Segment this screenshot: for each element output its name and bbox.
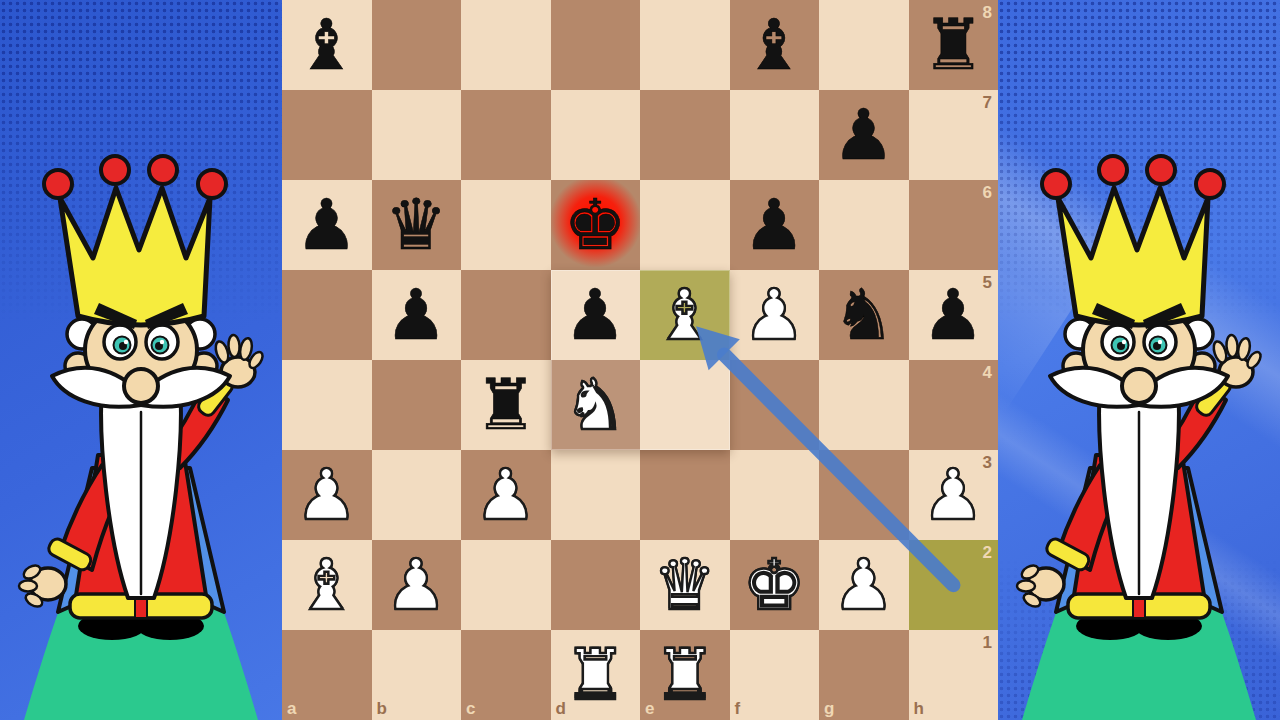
square-c8[interactable] xyxy=(461,0,551,90)
square-g1[interactable]: g xyxy=(819,630,909,720)
square-h4[interactable]: 4 xyxy=(909,360,999,450)
square-e5[interactable]: ♝ xyxy=(640,270,730,360)
piece-white-rook-e1[interactable]: ♜ xyxy=(640,630,730,720)
piece-white-rook-d1[interactable]: ♜ xyxy=(551,630,641,720)
square-g8[interactable] xyxy=(819,0,909,90)
piece-black-pawn-b5[interactable]: ♟ xyxy=(372,270,462,360)
square-e2[interactable]: ♛ xyxy=(640,540,730,630)
square-b4[interactable] xyxy=(372,360,462,450)
square-d7[interactable] xyxy=(551,90,641,180)
square-f3[interactable] xyxy=(730,450,820,540)
rank-label-1: 1 xyxy=(983,634,992,651)
scene: ♝♝8♜♟7♟♛♚♟6♟♟♝♟♞5♟♜♞4♟♟3♟♝♟♛♚♟2abcd♜e♜fg… xyxy=(0,0,1280,720)
file-label-b: b xyxy=(377,700,387,717)
square-b5[interactable]: ♟ xyxy=(372,270,462,360)
square-c6[interactable] xyxy=(461,180,551,270)
piece-black-bishop-f8[interactable]: ♝ xyxy=(730,0,820,90)
rank-label-4: 4 xyxy=(983,364,992,381)
square-b7[interactable] xyxy=(372,90,462,180)
square-a7[interactable] xyxy=(282,90,372,180)
square-g2[interactable]: ♟ xyxy=(819,540,909,630)
square-c5[interactable] xyxy=(461,270,551,360)
square-c7[interactable] xyxy=(461,90,551,180)
square-a3[interactable]: ♟ xyxy=(282,450,372,540)
piece-white-bishop-e5[interactable]: ♝ xyxy=(640,270,730,360)
piece-black-pawn-d5[interactable]: ♟ xyxy=(551,270,641,360)
square-e7[interactable] xyxy=(640,90,730,180)
square-a2[interactable]: ♝ xyxy=(282,540,372,630)
piece-white-pawn-h3[interactable]: ♟ xyxy=(909,450,999,540)
square-f8[interactable]: ♝ xyxy=(730,0,820,90)
square-d2[interactable] xyxy=(551,540,641,630)
square-h8[interactable]: 8♜ xyxy=(909,0,999,90)
piece-black-queen-b6[interactable]: ♛ xyxy=(372,180,462,270)
square-c2[interactable] xyxy=(461,540,551,630)
piece-white-bishop-a2[interactable]: ♝ xyxy=(282,540,372,630)
square-b8[interactable] xyxy=(372,0,462,90)
file-label-f: f xyxy=(735,700,741,717)
square-g3[interactable] xyxy=(819,450,909,540)
file-label-c: c xyxy=(466,700,475,717)
piece-white-pawn-g2[interactable]: ♟ xyxy=(819,540,909,630)
piece-white-pawn-c3[interactable]: ♟ xyxy=(461,450,551,540)
piece-black-rook-c4[interactable]: ♜ xyxy=(461,360,551,450)
square-a1[interactable]: a xyxy=(282,630,372,720)
square-a8[interactable]: ♝ xyxy=(282,0,372,90)
chess-board: ♝♝8♜♟7♟♛♚♟6♟♟♝♟♞5♟♜♞4♟♟3♟♝♟♛♚♟2abcd♜e♜fg… xyxy=(282,0,998,720)
square-h7[interactable]: 7 xyxy=(909,90,999,180)
piece-black-pawn-g7[interactable]: ♟ xyxy=(819,90,909,180)
piece-white-pawn-b2[interactable]: ♟ xyxy=(372,540,462,630)
square-g4[interactable] xyxy=(819,360,909,450)
square-a5[interactable] xyxy=(282,270,372,360)
square-d5[interactable]: ♟ xyxy=(551,270,641,360)
piece-white-pawn-f5[interactable]: ♟ xyxy=(730,270,820,360)
square-d8[interactable] xyxy=(551,0,641,90)
square-b6[interactable]: ♛ xyxy=(372,180,462,270)
piece-black-bishop-a8[interactable]: ♝ xyxy=(282,0,372,90)
square-f5[interactable]: ♟ xyxy=(730,270,820,360)
rank-label-2: 2 xyxy=(983,544,992,561)
square-g5[interactable]: ♞ xyxy=(819,270,909,360)
square-d3[interactable] xyxy=(551,450,641,540)
square-h5[interactable]: 5♟ xyxy=(909,270,999,360)
square-h6[interactable]: 6 xyxy=(909,180,999,270)
rank-label-7: 7 xyxy=(983,94,992,111)
file-label-g: g xyxy=(824,700,834,717)
square-f6[interactable]: ♟ xyxy=(730,180,820,270)
square-c3[interactable]: ♟ xyxy=(461,450,551,540)
square-a4[interactable] xyxy=(282,360,372,450)
square-f2[interactable]: ♚ xyxy=(730,540,820,630)
square-f1[interactable]: f xyxy=(730,630,820,720)
square-d1[interactable]: d♜ xyxy=(551,630,641,720)
square-e6[interactable] xyxy=(640,180,730,270)
square-d6[interactable]: ♚ xyxy=(551,180,641,270)
square-c4[interactable]: ♜ xyxy=(461,360,551,450)
right-king-mascot xyxy=(998,0,1280,720)
square-f4[interactable] xyxy=(730,360,820,450)
piece-black-pawn-f6[interactable]: ♟ xyxy=(730,180,820,270)
piece-white-queen-e2[interactable]: ♛ xyxy=(640,540,730,630)
piece-black-knight-g5[interactable]: ♞ xyxy=(819,270,909,360)
rank-label-6: 6 xyxy=(983,184,992,201)
square-h2[interactable]: 2 xyxy=(909,540,999,630)
square-b1[interactable]: b xyxy=(372,630,462,720)
square-a6[interactable]: ♟ xyxy=(282,180,372,270)
piece-white-pawn-a3[interactable]: ♟ xyxy=(282,450,372,540)
square-b3[interactable] xyxy=(372,450,462,540)
square-h3[interactable]: 3♟ xyxy=(909,450,999,540)
square-g6[interactable] xyxy=(819,180,909,270)
file-label-h: h xyxy=(914,700,924,717)
left-king-mascot xyxy=(0,0,282,720)
piece-black-king-d6[interactable]: ♚ xyxy=(551,180,641,270)
piece-black-pawn-a6[interactable]: ♟ xyxy=(282,180,372,270)
square-e8[interactable] xyxy=(640,0,730,90)
square-e3[interactable] xyxy=(640,450,730,540)
square-d4[interactable]: ♞ xyxy=(551,360,641,450)
piece-black-rook-h8[interactable]: ♜ xyxy=(909,0,999,90)
file-label-a: a xyxy=(287,700,296,717)
square-f7[interactable] xyxy=(730,90,820,180)
square-g7[interactable]: ♟ xyxy=(819,90,909,180)
piece-white-king-f2[interactable]: ♚ xyxy=(730,540,820,630)
piece-white-knight-d4[interactable]: ♞ xyxy=(551,360,641,450)
square-e1[interactable]: e♜ xyxy=(640,630,730,720)
square-h1[interactable]: h1 xyxy=(909,630,999,720)
square-b2[interactable]: ♟ xyxy=(372,540,462,630)
square-c1[interactable]: c xyxy=(461,630,551,720)
piece-black-pawn-h5[interactable]: ♟ xyxy=(909,270,999,360)
square-e4[interactable] xyxy=(640,360,730,450)
